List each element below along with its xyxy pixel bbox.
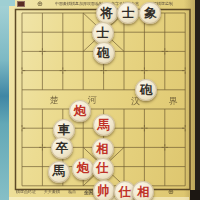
xiangqi-photo: 楚 河 汉 界 ⊕ 中国象棋棋盘加厚双面精制 老字号棋牌专营 双福棋牌监制 棋牌… xyxy=(0,0,200,200)
piece-red-炮[interactable]: 炮 xyxy=(72,158,94,180)
piece-red-炮[interactable]: 炮 xyxy=(69,100,91,122)
piece-label: 卒 xyxy=(56,142,69,155)
piece-label: 馬 xyxy=(97,119,110,132)
piece-black-将[interactable]: 将 xyxy=(96,2,118,24)
piece-label: 炮 xyxy=(74,105,87,118)
piece-red-馬[interactable]: 馬 xyxy=(93,114,115,136)
piece-label: 馬 xyxy=(53,165,66,178)
piece-black-砲[interactable]: 砲 xyxy=(135,79,157,101)
piece-label: 相 xyxy=(96,143,109,156)
piece-label: 象 xyxy=(144,7,157,20)
piece-label: 砲 xyxy=(140,84,153,97)
piece-label: 士 xyxy=(96,27,109,40)
piece-black-士[interactable]: 士 xyxy=(117,2,139,24)
piece-label: 帅 xyxy=(97,185,110,198)
piece-label: 相 xyxy=(137,186,150,199)
piece-red-帅[interactable]: 帅 xyxy=(93,180,115,200)
piece-label: 将 xyxy=(100,7,113,20)
piece-black-馬[interactable]: 馬 xyxy=(48,161,70,183)
piece-label: 車 xyxy=(58,124,71,137)
piece-label: 砲 xyxy=(97,47,110,60)
piece-label: 仕 xyxy=(119,186,132,199)
piece-label: 士 xyxy=(122,7,135,20)
piece-black-砲[interactable]: 砲 xyxy=(93,42,115,64)
piece-black-象[interactable]: 象 xyxy=(139,2,161,24)
piece-black-士[interactable]: 士 xyxy=(92,22,114,44)
piece-label: 仕 xyxy=(96,162,109,175)
piece-black-卒[interactable]: 卒 xyxy=(51,137,73,159)
piece-red-相[interactable]: 相 xyxy=(132,181,154,200)
piece-red-仕[interactable]: 仕 xyxy=(92,158,114,180)
pieces-layer: 将士象士砲砲炮車馬卒相馬炮仕帅仕相 xyxy=(0,0,200,200)
piece-label: 炮 xyxy=(77,162,90,175)
